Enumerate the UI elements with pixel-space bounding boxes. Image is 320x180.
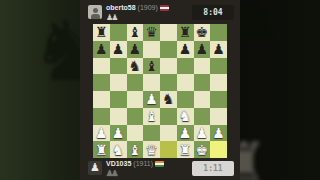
avatar-head-shape: [93, 8, 98, 13]
white-bishop-piece[interactable]: ♝: [145, 108, 158, 124]
latvia-flag-icon: [160, 5, 169, 11]
square-d2[interactable]: [143, 125, 160, 142]
square-a8[interactable]: ♜: [93, 24, 110, 41]
square-b7[interactable]: ♟: [110, 41, 127, 58]
white-pawn-piece[interactable]: ♟: [196, 125, 209, 141]
square-f6[interactable]: [177, 58, 194, 75]
black-rook-piece[interactable]: ♜: [95, 24, 108, 40]
black-pawn-piece[interactable]: ♟: [196, 41, 209, 57]
square-e7[interactable]: [160, 41, 177, 58]
white-pawn-piece[interactable]: ♟: [112, 125, 125, 141]
video-frame: ♞ ♞ ♜ oberto58 (1909) ♟♟ 8:04 ♜♝♛♜♚♟♟♟♟♟…: [0, 0, 320, 180]
square-h8[interactable]: [210, 24, 227, 41]
square-h6[interactable]: [210, 58, 227, 75]
black-pawn-piece[interactable]: ♟: [95, 41, 108, 57]
top-captured-pieces-tray: ♟♟: [106, 13, 116, 22]
square-a6[interactable]: [93, 58, 110, 75]
square-h3[interactable]: [210, 108, 227, 125]
black-king-piece[interactable]: ♚: [196, 24, 209, 40]
white-knight-piece[interactable]: ♞: [179, 108, 192, 124]
white-pawn-piece[interactable]: ♟: [145, 91, 158, 107]
square-d5[interactable]: [143, 74, 160, 91]
square-a2[interactable]: ♟: [93, 125, 110, 142]
square-d8[interactable]: ♛: [143, 24, 160, 41]
black-queen-piece[interactable]: ♛: [145, 24, 158, 40]
square-b6[interactable]: [110, 58, 127, 75]
square-a7[interactable]: ♟: [93, 41, 110, 58]
square-g7[interactable]: ♟: [194, 41, 211, 58]
game-panel: oberto58 (1909) ♟♟ 8:04 ♜♝♛♜♚♟♟♟♟♟♟♞♝♟♞♝…: [80, 0, 240, 180]
bottom-captured-pieces-tray: ♟♟: [106, 169, 116, 178]
square-c3[interactable]: [127, 108, 144, 125]
white-pawn-piece[interactable]: ♟: [95, 125, 108, 141]
black-bishop-piece[interactable]: ♝: [145, 58, 158, 74]
square-e4[interactable]: ♞: [160, 91, 177, 108]
square-e3[interactable]: [160, 108, 177, 125]
white-pawn-piece[interactable]: ♟: [179, 125, 192, 141]
square-d7[interactable]: [143, 41, 160, 58]
top-player-name: oberto58: [106, 4, 136, 12]
square-b2[interactable]: ♟: [110, 125, 127, 142]
square-b8[interactable]: [110, 24, 127, 41]
square-f2[interactable]: ♟: [177, 125, 194, 142]
top-player-avatar[interactable]: [88, 5, 102, 19]
square-g5[interactable]: [194, 74, 211, 91]
square-c6[interactable]: ♞: [127, 58, 144, 75]
black-knight-piece[interactable]: ♞: [129, 58, 142, 74]
square-g6[interactable]: [194, 58, 211, 75]
square-h7[interactable]: ♟: [210, 41, 227, 58]
square-e5[interactable]: [160, 74, 177, 91]
square-b4[interactable]: [110, 91, 127, 108]
square-c2[interactable]: [127, 125, 144, 142]
bottom-player-avatar[interactable]: ♟: [88, 161, 102, 175]
bottom-player-name: VD1035: [106, 160, 131, 168]
white-pawn-piece[interactable]: ♟: [212, 125, 225, 141]
square-a4[interactable]: [93, 91, 110, 108]
square-c7[interactable]: ♟: [127, 41, 144, 58]
india-flag-icon: [155, 161, 164, 167]
avatar-body-shape: [91, 14, 100, 20]
square-d3[interactable]: ♝: [143, 108, 160, 125]
square-c4[interactable]: [127, 91, 144, 108]
bottom-player-bar[interactable]: ♟ VD1035 (1911) ♟♟ 1:11: [80, 156, 240, 180]
chess-board[interactable]: ♜♝♛♜♚♟♟♟♟♟♟♞♝♟♞♝♞♟♟♟♟♟♜♞♝♛♜♚: [93, 24, 227, 158]
black-pawn-piece[interactable]: ♟: [112, 41, 125, 57]
square-f5[interactable]: [177, 74, 194, 91]
square-b3[interactable]: [110, 108, 127, 125]
square-e2[interactable]: [160, 125, 177, 142]
black-pawn-piece[interactable]: ♟: [179, 41, 192, 57]
square-e8[interactable]: [160, 24, 177, 41]
square-g3[interactable]: [194, 108, 211, 125]
square-a3[interactable]: [93, 108, 110, 125]
top-player-rating: (1909): [138, 4, 158, 12]
square-g4[interactable]: [194, 91, 211, 108]
black-pawn-piece[interactable]: ♟: [212, 41, 225, 57]
square-f7[interactable]: ♟: [177, 41, 194, 58]
square-g2[interactable]: ♟: [194, 125, 211, 142]
black-knight-piece[interactable]: ♞: [162, 91, 175, 107]
square-e6[interactable]: [160, 58, 177, 75]
square-f8[interactable]: ♜: [177, 24, 194, 41]
square-f3[interactable]: ♞: [177, 108, 194, 125]
bottom-player-clock: 1:11: [192, 161, 234, 176]
black-bishop-piece[interactable]: ♝: [129, 24, 142, 40]
square-h5[interactable]: [210, 74, 227, 91]
square-a5[interactable]: [93, 74, 110, 91]
square-f4[interactable]: [177, 91, 194, 108]
square-h2[interactable]: ♟: [210, 125, 227, 142]
square-g8[interactable]: ♚: [194, 24, 211, 41]
square-h4[interactable]: [210, 91, 227, 108]
square-d4[interactable]: ♟: [143, 91, 160, 108]
top-player-clock: 8:04: [192, 5, 234, 20]
black-pawn-piece[interactable]: ♟: [129, 41, 142, 57]
square-d6[interactable]: ♝: [143, 58, 160, 75]
black-rook-piece[interactable]: ♜: [179, 24, 192, 40]
top-player-bar[interactable]: oberto58 (1909) ♟♟ 8:04: [80, 0, 240, 24]
square-c5[interactable]: [127, 74, 144, 91]
bottom-player-rating: (1911): [133, 160, 153, 168]
square-c8[interactable]: ♝: [127, 24, 144, 41]
square-b5[interactable]: [110, 74, 127, 91]
